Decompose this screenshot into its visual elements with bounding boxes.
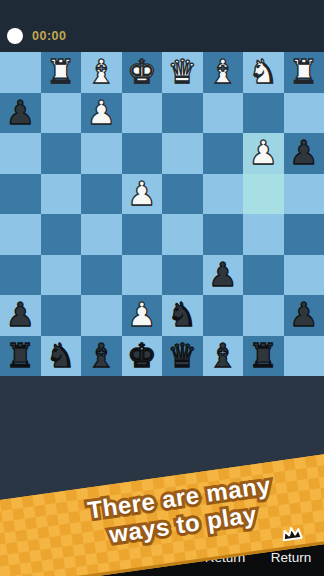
square-r5c8[interactable] [284,214,324,255]
chess-board[interactable]: ♜♝♚♛♝♞♜♟♟♟♟♟♟♟♟♞♟♜♞♝♚♛♝♜ [0,52,324,376]
square-r7c7[interactable] [243,295,284,336]
square-r1c5[interactable]: ♛ [162,52,203,93]
square-r1c7[interactable]: ♞ [243,52,284,93]
black-piece-B: ♝ [208,336,238,376]
white-piece-B: ♝ [208,52,238,92]
square-r5c4[interactable] [122,214,163,255]
square-r2c5[interactable] [162,93,203,134]
square-r7c8[interactable]: ♟ [284,295,324,336]
black-piece-R: ♜ [5,336,35,376]
square-r2c4[interactable] [122,93,163,134]
square-r2c2[interactable] [41,93,82,134]
black-piece-K: ♚ [127,336,157,376]
square-r4c7[interactable] [243,174,284,215]
black-piece-R: ♜ [248,336,278,376]
square-r6c7[interactable] [243,255,284,296]
square-r6c4[interactable] [122,255,163,296]
player-avatar [7,28,23,44]
square-r2c1[interactable]: ♟ [0,93,41,134]
square-r8c2[interactable]: ♞ [41,336,82,377]
black-piece-Q: ♛ [167,336,197,376]
black-piece-P: ♟ [208,255,238,295]
square-r4c8[interactable] [284,174,324,215]
white-piece-R: ♜ [46,52,76,92]
square-r8c5[interactable]: ♛ [162,336,203,377]
black-piece-P: ♟ [289,133,319,173]
square-r7c6[interactable] [203,295,244,336]
square-r4c2[interactable] [41,174,82,215]
white-piece-P: ♟ [248,133,278,173]
square-r7c1[interactable]: ♟ [0,295,41,336]
square-r4c6[interactable] [203,174,244,215]
square-r6c1[interactable] [0,255,41,296]
square-r3c4[interactable] [122,133,163,174]
square-r2c3[interactable]: ♟ [81,93,122,134]
square-r3c6[interactable] [203,133,244,174]
square-r3c1[interactable] [0,133,41,174]
square-r3c8[interactable]: ♟ [284,133,324,174]
square-r7c5[interactable]: ♞ [162,295,203,336]
white-piece-P: ♟ [86,93,116,133]
square-r5c7[interactable] [243,214,284,255]
square-r8c3[interactable]: ♝ [81,336,122,377]
square-r3c7[interactable]: ♟ [243,133,284,174]
square-r8c4[interactable]: ♚ [122,336,163,377]
square-r8c7[interactable]: ♜ [243,336,284,377]
opponent-timer: 00:00 [32,29,66,43]
square-r1c3[interactable]: ♝ [81,52,122,93]
black-piece-P: ♟ [289,295,319,335]
black-piece-P: ♟ [5,93,35,133]
black-piece-P: ♟ [5,295,35,335]
square-r7c3[interactable] [81,295,122,336]
square-r3c3[interactable] [81,133,122,174]
black-piece-N: ♞ [167,295,197,335]
square-r7c2[interactable] [41,295,82,336]
square-r4c3[interactable] [81,174,122,215]
white-piece-B: ♝ [86,52,116,92]
square-r6c5[interactable] [162,255,203,296]
square-r8c1[interactable]: ♜ [0,336,41,377]
crown-icon [279,524,305,543]
square-r6c3[interactable] [81,255,122,296]
square-r5c3[interactable] [81,214,122,255]
square-r1c8[interactable]: ♜ [284,52,324,93]
square-r6c6[interactable]: ♟ [203,255,244,296]
white-piece-R: ♜ [289,52,319,92]
white-piece-N: ♞ [248,52,278,92]
square-r5c1[interactable] [0,214,41,255]
square-r8c6[interactable]: ♝ [203,336,244,377]
square-r6c8[interactable] [284,255,324,296]
chess-app-screen: 00:00 ♜♝♚♛♝♞♜♟♟♟♟♟♟♟♟♞♟♜♞♝♚♛♝♜ 00:00 ♟ ×… [0,0,324,576]
white-piece-P: ♟ [127,295,157,335]
square-r4c1[interactable] [0,174,41,215]
top-bar: 00:00 [0,0,324,52]
black-piece-B: ♝ [86,336,116,376]
square-r5c5[interactable] [162,214,203,255]
white-piece-P: ♟ [127,174,157,214]
square-r4c4[interactable]: ♟ [122,174,163,215]
square-r2c6[interactable] [203,93,244,134]
square-r7c4[interactable]: ♟ [122,295,163,336]
white-piece-K: ♚ [127,52,157,92]
square-r1c6[interactable]: ♝ [203,52,244,93]
black-piece-N: ♞ [46,336,76,376]
square-r3c5[interactable] [162,133,203,174]
square-r5c6[interactable] [203,214,244,255]
square-r5c2[interactable] [41,214,82,255]
square-r6c2[interactable] [41,255,82,296]
square-r3c2[interactable] [41,133,82,174]
square-r2c8[interactable] [284,93,324,134]
square-r1c1[interactable] [0,52,41,93]
square-r1c4[interactable]: ♚ [122,52,163,93]
square-r1c2[interactable]: ♜ [41,52,82,93]
square-r4c5[interactable] [162,174,203,215]
square-r8c8[interactable] [284,336,324,377]
white-piece-Q: ♛ [167,52,197,92]
square-r2c7[interactable] [243,93,284,134]
